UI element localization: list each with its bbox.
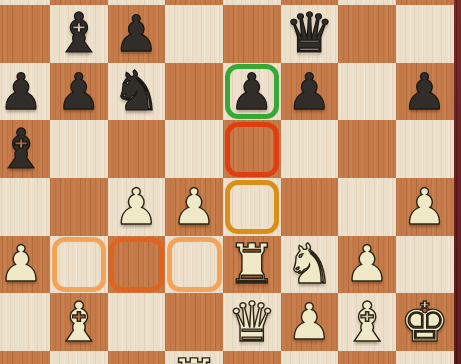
highlight-e4: [225, 180, 280, 235]
white-pawn-g3[interactable]: ♟: [345, 239, 390, 289]
black-pawn-c7[interactable]: ♟: [114, 9, 159, 59]
square-h6[interactable]: ♟: [396, 63, 454, 121]
white-bishop-b2[interactable]: ♝: [54, 295, 103, 350]
highlight-b3: [52, 237, 107, 292]
square-g5[interactable]: [338, 120, 396, 178]
square-d5[interactable]: [165, 120, 223, 178]
square-g4[interactable]: [338, 178, 396, 236]
square-a6[interactable]: ♟: [0, 63, 50, 121]
square-b5[interactable]: [50, 120, 108, 178]
square-b6[interactable]: ♟: [50, 63, 108, 121]
square-e1[interactable]: [223, 351, 281, 364]
square-g1[interactable]: [338, 351, 396, 364]
square-a3[interactable]: ♟: [0, 236, 50, 294]
square-h7[interactable]: [396, 5, 454, 63]
square-c4[interactable]: ♟: [108, 178, 166, 236]
square-c6[interactable]: ♞: [108, 63, 166, 121]
square-h2[interactable]: ♚: [396, 293, 454, 351]
square-d1[interactable]: ♜: [165, 351, 223, 364]
square-b1[interactable]: [50, 351, 108, 364]
white-knight-f3[interactable]: ♞: [285, 237, 334, 292]
white-pawn-c4[interactable]: ♟: [114, 182, 159, 232]
black-queen-f7[interactable]: ♛: [285, 6, 334, 61]
black-pawn-e6[interactable]: ♟: [229, 67, 274, 117]
square-d2[interactable]: [165, 293, 223, 351]
black-bishop-a5[interactable]: ♝: [0, 122, 46, 177]
white-rook-e3[interactable]: ♜: [227, 237, 276, 292]
square-f7[interactable]: ♛: [281, 5, 339, 63]
square-b7[interactable]: ♝: [50, 5, 108, 63]
square-f2[interactable]: ♟: [281, 293, 339, 351]
white-pawn-f2[interactable]: ♟: [287, 297, 332, 347]
square-a1[interactable]: [0, 351, 50, 364]
square-h1[interactable]: [396, 351, 454, 364]
white-rook-d1[interactable]: ♜: [170, 352, 219, 364]
square-d3[interactable]: [165, 236, 223, 294]
white-pawn-a3[interactable]: ♟: [0, 239, 44, 289]
square-a2[interactable]: [0, 293, 50, 351]
square-b2[interactable]: ♝: [50, 293, 108, 351]
chess-app-viewport: ♝♟♛♟♟♞♟♟♟♝♟♟♟♟♜♞♟♝♛♟♝♚♜: [0, 0, 461, 364]
square-b4[interactable]: [50, 178, 108, 236]
white-bishop-g2[interactable]: ♝: [342, 295, 391, 350]
black-pawn-f6[interactable]: ♟: [287, 67, 332, 117]
square-a7[interactable]: [0, 5, 50, 63]
black-pawn-h6[interactable]: ♟: [402, 67, 447, 117]
square-e6[interactable]: ♟: [223, 63, 281, 121]
square-c1[interactable]: [108, 351, 166, 364]
square-f3[interactable]: ♞: [281, 236, 339, 294]
square-f5[interactable]: [281, 120, 339, 178]
black-pawn-b6[interactable]: ♟: [56, 67, 101, 117]
square-b3[interactable]: [50, 236, 108, 294]
white-pawn-d4[interactable]: ♟: [172, 182, 217, 232]
square-g2[interactable]: ♝: [338, 293, 396, 351]
square-g7[interactable]: [338, 5, 396, 63]
square-h3[interactable]: [396, 236, 454, 294]
square-h5[interactable]: [396, 120, 454, 178]
square-g6[interactable]: [338, 63, 396, 121]
black-pawn-a6[interactable]: ♟: [0, 67, 44, 117]
highlight-d3: [167, 237, 222, 292]
square-c5[interactable]: [108, 120, 166, 178]
white-queen-e2[interactable]: ♛: [227, 295, 276, 350]
black-bishop-b7[interactable]: ♝: [54, 6, 103, 61]
white-king-h2[interactable]: ♚: [400, 295, 449, 350]
square-a5[interactable]: ♝: [0, 120, 50, 178]
square-d6[interactable]: [165, 63, 223, 121]
square-d7[interactable]: [165, 5, 223, 63]
square-e4[interactable]: [223, 178, 281, 236]
highlight-e5: [225, 122, 280, 177]
square-h4[interactable]: ♟: [396, 178, 454, 236]
white-pawn-h4[interactable]: ♟: [402, 182, 447, 232]
square-f6[interactable]: ♟: [281, 63, 339, 121]
square-d4[interactable]: ♟: [165, 178, 223, 236]
highlight-c3: [109, 237, 164, 292]
square-f1[interactable]: [281, 351, 339, 364]
black-knight-c6[interactable]: ♞: [112, 64, 161, 119]
square-g3[interactable]: ♟: [338, 236, 396, 294]
square-f4[interactable]: [281, 178, 339, 236]
square-c2[interactable]: [108, 293, 166, 351]
chess-board[interactable]: ♝♟♛♟♟♞♟♟♟♝♟♟♟♟♜♞♟♝♛♟♝♚♜: [0, 0, 454, 364]
square-e2[interactable]: ♛: [223, 293, 281, 351]
square-e3[interactable]: ♜: [223, 236, 281, 294]
square-c3[interactable]: [108, 236, 166, 294]
square-e5[interactable]: [223, 120, 281, 178]
square-a4[interactable]: [0, 178, 50, 236]
square-e7[interactable]: [223, 5, 281, 63]
square-c7[interactable]: ♟: [108, 5, 166, 63]
